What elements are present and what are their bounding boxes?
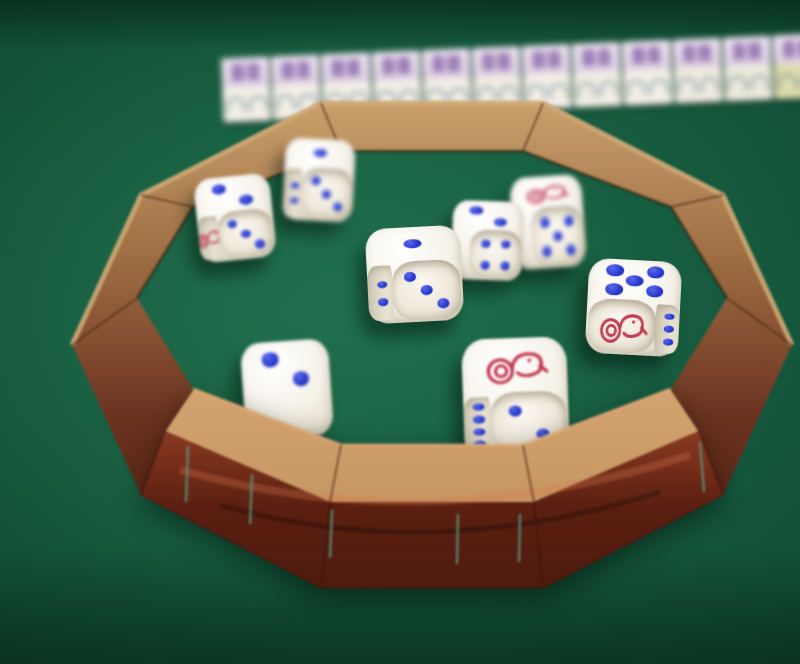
photo-scene: Eight white Heckmeck dice with blue pips… (0, 0, 800, 664)
dice-tray-front-rim (0, 0, 800, 664)
